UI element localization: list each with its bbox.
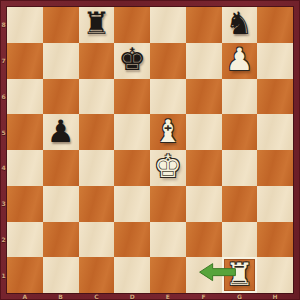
square-c2[interactable] [79,222,115,258]
square-b3[interactable] [43,186,79,222]
rank-label-5: 5 [0,114,7,150]
square-a2[interactable] [7,222,43,258]
square-f7[interactable] [186,43,222,79]
square-h7[interactable] [257,43,293,79]
square-g3[interactable] [222,186,258,222]
square-d6[interactable] [114,79,150,115]
square-a8[interactable] [7,7,43,43]
chess-board: ♜♞♚♟♟♝♚♜ [7,7,293,293]
square-d2[interactable] [114,222,150,258]
square-e2[interactable] [150,222,186,258]
white-pawn-g7[interactable]: ♟ [225,44,253,75]
square-c1[interactable] [79,257,115,293]
square-e4[interactable]: ♚ [150,150,186,186]
square-d7[interactable]: ♚ [114,43,150,79]
square-a6[interactable] [7,79,43,115]
square-b7[interactable] [43,43,79,79]
square-d3[interactable] [114,186,150,222]
rank-label-1: 1 [0,257,7,293]
square-f4[interactable] [186,150,222,186]
square-a5[interactable] [7,114,43,150]
square-f5[interactable] [186,114,222,150]
square-d1[interactable] [114,257,150,293]
square-f1[interactable] [186,257,222,293]
square-g1[interactable]: ♜ [222,257,258,293]
square-b1[interactable] [43,257,79,293]
square-e6[interactable] [150,79,186,115]
square-h5[interactable] [257,114,293,150]
square-h1[interactable] [257,257,293,293]
square-c5[interactable] [79,114,115,150]
black-king-d7[interactable]: ♚ [118,44,146,75]
square-h8[interactable] [257,7,293,43]
file-label-g: G [222,292,258,300]
file-label-e: E [150,292,186,300]
square-e7[interactable] [150,43,186,79]
square-a7[interactable] [7,43,43,79]
file-label-d: D [114,292,150,300]
square-c7[interactable] [79,43,115,79]
rank-label-3: 3 [0,186,7,222]
square-h4[interactable] [257,150,293,186]
square-e8[interactable] [150,7,186,43]
square-b4[interactable] [43,150,79,186]
file-label-b: B [43,292,79,300]
square-a4[interactable] [7,150,43,186]
white-king-e4[interactable]: ♚ [154,151,182,182]
square-g8[interactable]: ♞ [222,7,258,43]
square-g7[interactable]: ♟ [222,43,258,79]
rank-label-4: 4 [0,150,7,186]
square-f8[interactable] [186,7,222,43]
black-knight-g8[interactable]: ♞ [225,8,253,39]
white-rook-g1[interactable]: ♜ [225,259,253,290]
square-b5[interactable]: ♟ [43,114,79,150]
square-b8[interactable] [43,7,79,43]
square-f2[interactable] [186,222,222,258]
rank-label-2: 2 [0,222,7,258]
square-d4[interactable] [114,150,150,186]
square-g4[interactable] [222,150,258,186]
white-bishop-e5[interactable]: ♝ [154,116,182,147]
rank-label-7: 7 [0,43,7,79]
square-h2[interactable] [257,222,293,258]
square-e3[interactable] [150,186,186,222]
rank-labels: 87654321 [0,7,7,293]
square-g6[interactable] [222,79,258,115]
square-e5[interactable]: ♝ [150,114,186,150]
chess-board-frame: ♜♞♚♟♟♝♚♜ ABCDEFGH 87654321 [0,0,300,300]
rank-label-8: 8 [0,7,7,43]
square-e1[interactable] [150,257,186,293]
black-rook-c8[interactable]: ♜ [82,8,110,39]
square-a1[interactable] [7,257,43,293]
square-c3[interactable] [79,186,115,222]
file-label-f: F [186,292,222,300]
file-label-a: A [7,292,43,300]
square-b2[interactable] [43,222,79,258]
square-g5[interactable] [222,114,258,150]
square-f3[interactable] [186,186,222,222]
square-h6[interactable] [257,79,293,115]
square-d8[interactable] [114,7,150,43]
file-label-c: C [79,292,115,300]
square-h3[interactable] [257,186,293,222]
square-f6[interactable] [186,79,222,115]
square-b6[interactable] [43,79,79,115]
square-d5[interactable] [114,114,150,150]
file-labels: ABCDEFGH [7,292,293,300]
square-c4[interactable] [79,150,115,186]
black-pawn-b5[interactable]: ♟ [47,116,75,147]
file-label-h: H [257,292,293,300]
square-g2[interactable] [222,222,258,258]
square-c8[interactable]: ♜ [79,7,115,43]
square-a3[interactable] [7,186,43,222]
rank-label-6: 6 [0,79,7,115]
square-c6[interactable] [79,79,115,115]
